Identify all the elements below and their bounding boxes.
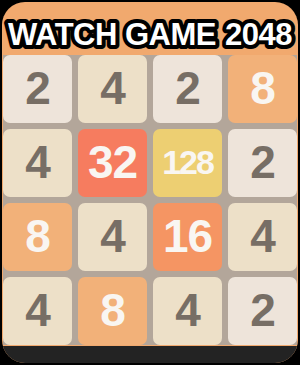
footer-bar: [2, 346, 298, 363]
title-watch-game: WATCH GAME: [8, 17, 216, 52]
tile-r4c2: 8: [78, 277, 147, 345]
screenshot-canvas: WATCH GAME 2048 2 4 2 8 4 32 128 2 8 4 1…: [0, 0, 300, 365]
tile-r2c1: 4: [3, 129, 72, 197]
tile-r1c2: 4: [78, 55, 147, 123]
tile-r3c3: 16: [153, 203, 222, 271]
title-2048: 2048: [225, 17, 292, 52]
tile-r2c4: 2: [228, 129, 297, 197]
tile-r1c3: 2: [153, 55, 222, 123]
tile-r3c2: 4: [78, 203, 147, 271]
board-grid-4x4[interactable]: 2 4 2 8 4 32 128 2 8 4 16 4 4 8 4 2: [3, 55, 297, 345]
tile-r1c4: 8: [228, 55, 297, 123]
header: WATCH GAME 2048: [2, 2, 298, 55]
header-title-svg: WATCH GAME 2048: [2, 2, 298, 55]
tile-r2c2: 32: [78, 129, 147, 197]
tile-r4c4: 2: [228, 277, 297, 345]
tile-r3c4: 4: [228, 203, 297, 271]
tile-r1c1: 2: [3, 55, 72, 123]
tile-r2c3: 128: [153, 129, 222, 197]
watch-frame: WATCH GAME 2048 2 4 2 8 4 32 128 2 8 4 1…: [0, 0, 300, 365]
tile-r4c1: 4: [3, 277, 72, 345]
tile-r4c3: 4: [153, 277, 222, 345]
watch-screen: WATCH GAME 2048 2 4 2 8 4 32 128 2 8 4 1…: [2, 2, 298, 363]
tile-r3c1: 8: [3, 203, 72, 271]
